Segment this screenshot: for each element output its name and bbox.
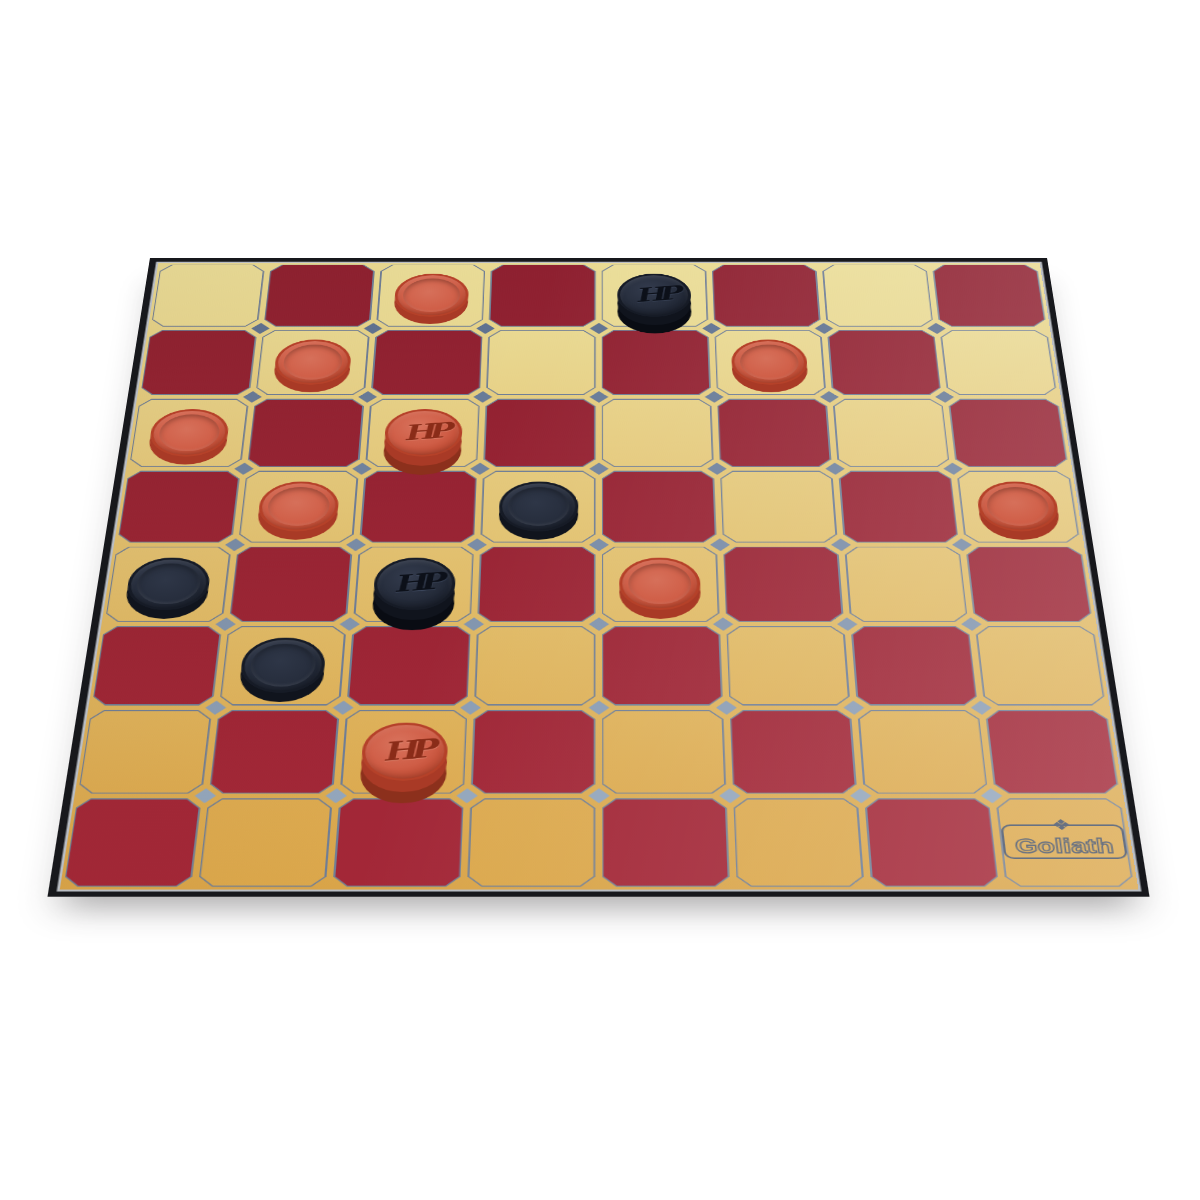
piece-top-face [498,481,578,531]
piece-recessed-center [507,487,569,526]
red-man-r5c5[interactable] [619,558,701,610]
piece-recessed-center [134,564,202,605]
black-king-r5c3[interactable]: HP [372,558,456,610]
piece-recessed-center [985,487,1052,526]
piece-recessed-center [740,345,800,380]
red-king-r3c3[interactable]: HP [383,409,463,456]
red-man-r3c1[interactable] [147,409,231,456]
black-man-r6c2[interactable] [239,638,328,693]
hp-monogram: HP [380,735,429,764]
black-king-r1c5[interactable]: HP [617,274,691,317]
piece-top-face: HP [617,274,691,317]
piece-top-face [619,558,701,610]
piece-recessed-center [266,487,331,526]
hp-monogram: HP [632,283,676,305]
black-man-r5c1[interactable] [124,558,212,610]
piece-recessed-center [157,414,222,451]
pieces-layer: HPHPHPHP [59,263,1137,889]
black-man-r4c4[interactable] [498,481,578,531]
red-king-r7c3[interactable]: HP [360,722,449,780]
piece-recessed-center [628,564,692,605]
hp-monogram: HP [391,569,438,595]
piece-recessed-center [249,644,318,687]
piece-recessed-center [282,345,344,380]
piece-recessed-center [402,279,461,312]
product-photo-stage: ❖ Goliath HPHPHPHP [0,0,1200,1200]
red-man-r2c6[interactable] [731,340,809,385]
red-man-r1c3[interactable] [393,274,469,317]
hp-monogram: HP [401,419,446,443]
board-surface: ❖ Goliath HPHPHPHP [59,263,1137,889]
red-man-r4c2[interactable] [257,481,341,531]
red-man-r4c8[interactable] [975,481,1061,531]
red-man-r2c2[interactable] [273,340,353,385]
checkers-board: ❖ Goliath HPHPHPHP [48,258,1150,897]
